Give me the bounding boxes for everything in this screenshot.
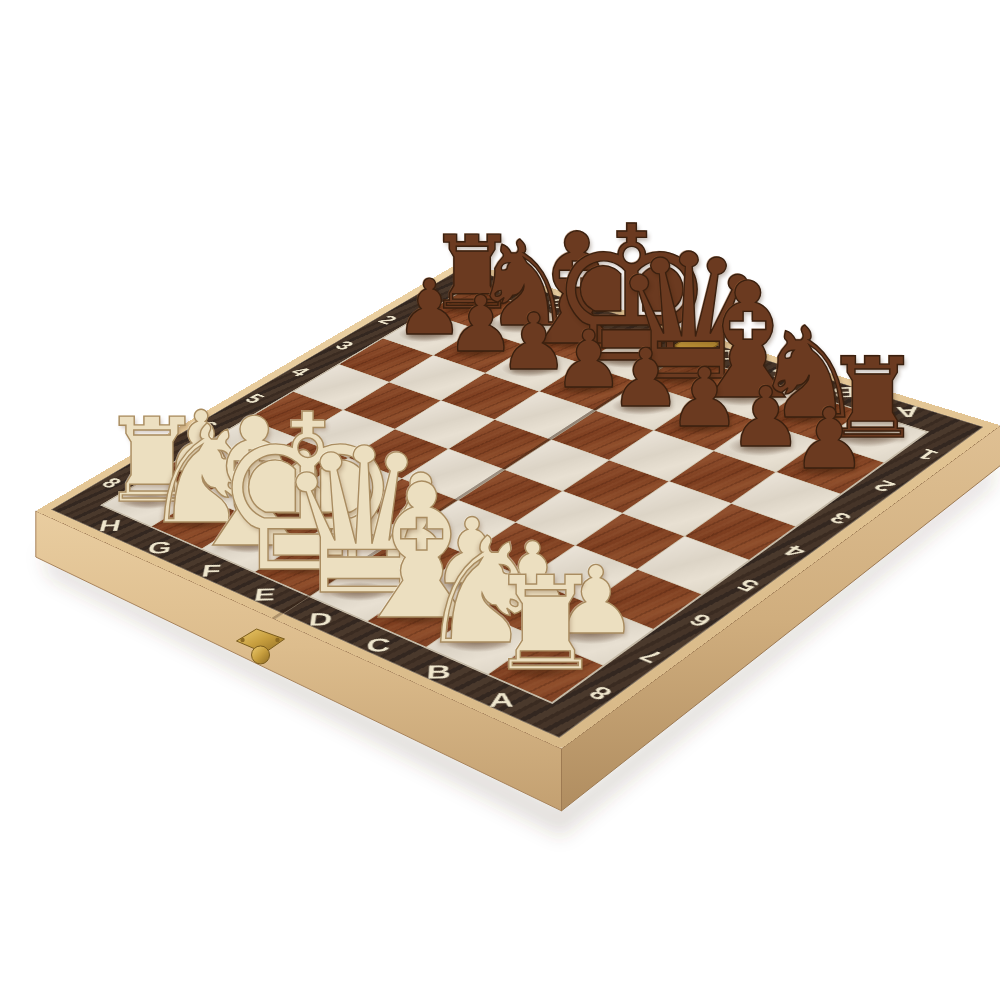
- coord-near-A: A: [488, 689, 514, 712]
- coord-far-C: C: [771, 364, 795, 381]
- coord-far-B: B: [832, 383, 857, 401]
- coord-near-C: C: [365, 635, 391, 657]
- coord-near-F: F: [200, 561, 223, 581]
- coord-near-D: D: [307, 609, 333, 630]
- coord-far-F: F: [603, 312, 621, 328]
- coord-far-D: D: [713, 346, 736, 363]
- coord-far-H: H: [497, 280, 518, 295]
- coord-near-B: B: [426, 661, 452, 683]
- chess-set-photo-scene: HGFEDCBAHGFEDCBA1234567812345678 ♜♞♟♝♟♚♟…: [0, 0, 1000, 1000]
- coord-near-H: H: [97, 517, 123, 536]
- coord-near-G: G: [146, 539, 174, 558]
- coord-far-E: E: [657, 329, 677, 345]
- coord-far-G: G: [548, 296, 570, 311]
- coord-near-E: E: [253, 585, 277, 605]
- coord-far-A: A: [894, 403, 921, 421]
